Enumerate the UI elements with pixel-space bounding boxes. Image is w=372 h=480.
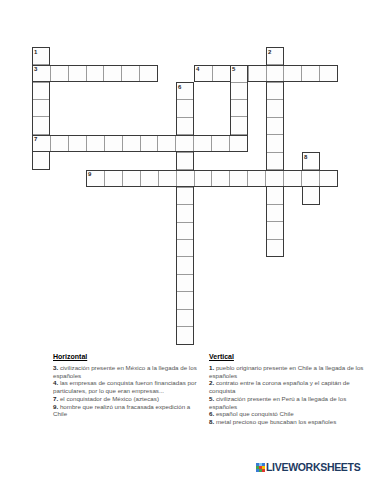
crossword-cell[interactable] (230, 136, 247, 152)
crossword-cell[interactable] (267, 187, 283, 204)
crossword-cell[interactable] (267, 240, 283, 256)
crossword-cell[interactable] (320, 171, 337, 187)
crossword-cell[interactable] (33, 152, 49, 168)
crossword-cell[interactable] (177, 223, 193, 240)
word-9-across (86, 170, 338, 188)
crossword-cell[interactable] (87, 136, 105, 152)
crossword-cell[interactable] (158, 136, 176, 152)
crossword-cell[interactable] (177, 83, 193, 100)
clue-number: 1. (209, 364, 216, 371)
clue-text: metal precioso que buscaban los españole… (216, 418, 336, 425)
crossword-cell[interactable] (177, 205, 193, 222)
crossword-cell[interactable] (123, 171, 141, 187)
crossword-cell[interactable] (230, 171, 248, 187)
crossword-cell[interactable] (267, 100, 283, 117)
crossword-cell[interactable] (141, 171, 159, 187)
crossword-cell[interactable] (87, 66, 105, 82)
clue-item-1: 1. pueblo originario presente en Chile a… (209, 364, 367, 379)
crossword-cell[interactable] (33, 48, 49, 65)
crossword-cell[interactable] (177, 310, 193, 327)
crossword-cell[interactable] (267, 118, 283, 135)
clue-number: 4. (53, 379, 60, 386)
crossword-board: 123456789 (0, 0, 372, 350)
clue-item-4: 4. las empresas de conquista fueron fina… (53, 379, 205, 394)
logo-pixel (262, 469, 265, 472)
crossword-cell[interactable] (177, 257, 193, 274)
crossword-cell[interactable] (302, 171, 320, 187)
crossword-cell[interactable] (33, 117, 49, 134)
clue-number: 6. (209, 410, 216, 417)
clue-text: español que conquistó Chile (216, 410, 294, 417)
liveworksheets-logo[interactable]: LIVEWORKSHEETS (256, 462, 360, 473)
clue-item-6: 6. español que conquistó Chile (209, 410, 367, 418)
crossword-cell[interactable] (231, 117, 247, 134)
clue-item-9: 9. hombre que realizó una fracasada expe… (53, 403, 205, 418)
vertical-clues-list: 1. pueblo originario presente en Chile a… (209, 364, 367, 426)
horizontal-clues-section: Horizontal 3. civilización presente en M… (53, 352, 205, 418)
word-4-across (194, 65, 338, 83)
crossword-cell[interactable] (303, 187, 319, 203)
clue-item-5: 5. civilización presente en Perú a la ll… (209, 395, 367, 410)
crossword-cell[interactable] (177, 240, 193, 257)
crossword-cell[interactable] (140, 66, 157, 82)
crossword-cell[interactable] (267, 222, 283, 239)
crossword-cell[interactable] (195, 171, 213, 187)
crossword-cell[interactable] (212, 171, 230, 187)
crossword-cell[interactable] (177, 188, 193, 205)
vertical-clues-section: Vertical 1. pueblo originario presente e… (209, 352, 367, 426)
clue-number: 2. (209, 379, 216, 386)
crossword-cell[interactable] (104, 66, 122, 82)
crossword-cell[interactable] (248, 171, 266, 187)
crossword-cell[interactable] (33, 136, 51, 152)
crossword-cell[interactable] (177, 118, 193, 135)
clue-item-3: 3. civilización presente en México a la … (53, 364, 205, 379)
clue-text: civilización presente en Perú a la llega… (209, 395, 346, 410)
crossword-cell[interactable] (159, 171, 177, 187)
crossword-cell[interactable] (194, 136, 212, 152)
crossword-cell[interactable] (122, 66, 140, 82)
crossword-cell[interactable] (33, 66, 51, 82)
clue-text: contrato entre la corona española y el c… (209, 379, 350, 394)
crossword-cell[interactable] (33, 100, 49, 117)
crossword-cell[interactable] (51, 66, 69, 82)
crossword-cell[interactable] (249, 66, 267, 82)
crossword-cell[interactable] (303, 153, 319, 170)
crossword-cell[interactable] (267, 205, 283, 222)
crossword-cell[interactable] (212, 136, 230, 152)
clue-number: 9. (53, 403, 60, 410)
clue-number: 8. (209, 418, 216, 425)
crossword-cell[interactable] (177, 153, 193, 170)
word-7-across (32, 135, 248, 153)
crossword-cell[interactable] (231, 66, 247, 83)
clue-item-8: 8. metal precioso que buscaban los españ… (209, 418, 367, 426)
crossword-cell[interactable] (267, 153, 283, 170)
clue-text: pueblo originario presente en Chile a la… (209, 364, 363, 379)
crossword-cell[interactable] (87, 171, 105, 187)
clue-number: 5. (209, 395, 216, 402)
crossword-cell[interactable] (267, 83, 283, 100)
crossword-cell[interactable] (320, 66, 337, 82)
crossword-cell[interactable] (284, 171, 302, 187)
crossword-cell[interactable] (267, 48, 283, 65)
crossword-cell[interactable] (177, 292, 193, 309)
clue-number: 3. (53, 364, 60, 371)
crossword-cell[interactable] (69, 136, 87, 152)
liveworksheets-logo-text: LIVEWORKSHEETS (266, 462, 360, 473)
crossword-cell[interactable] (69, 66, 87, 82)
liveworksheets-pixel-icon (256, 463, 265, 472)
crossword-cell[interactable] (302, 66, 320, 82)
crossword-cell[interactable] (105, 171, 123, 187)
crossword-cell[interactable] (177, 275, 193, 292)
crossword-cell[interactable] (177, 100, 193, 117)
clue-text: civilización presente en México a la lle… (53, 364, 197, 379)
clue-number: 7. (53, 395, 60, 402)
clue-text: hombre que realizó una fracasada expedic… (53, 403, 190, 418)
crossword-cell[interactable] (195, 66, 213, 82)
crossword-cell[interactable] (231, 83, 247, 100)
clue-item-7: 7. el conquistador de México (aztecas) (53, 395, 205, 403)
crossword-cell[interactable] (105, 136, 123, 152)
crossword-cell[interactable] (177, 171, 195, 187)
crossword-cell[interactable] (33, 83, 49, 100)
crossword-cell[interactable] (177, 327, 193, 343)
horizontal-clues-header: Horizontal (53, 352, 205, 361)
word-3-across (32, 65, 158, 83)
crossword-cell[interactable] (284, 66, 302, 82)
clue-text: el conquistador de México (aztecas) (60, 395, 159, 402)
crossword-cell[interactable] (213, 66, 231, 82)
crossword-cell[interactable] (231, 100, 247, 117)
word-6-down (176, 82, 194, 345)
crossword-cell[interactable] (51, 136, 69, 152)
crossword-cell[interactable] (141, 136, 159, 152)
clue-text: las empresas de conquista fueron financi… (53, 379, 196, 394)
crossword-cell[interactable] (267, 66, 285, 82)
horizontal-clues-list: 3. civilización presente en México a la … (53, 364, 205, 418)
crossword-cell[interactable] (266, 171, 284, 187)
crossword-cell[interactable] (176, 136, 194, 152)
clue-item-2: 2. contrato entre la corona española y e… (209, 379, 367, 394)
vertical-clues-header: Vertical (209, 352, 367, 361)
crossword-cell[interactable] (267, 135, 283, 152)
crossword-cell[interactable] (123, 136, 141, 152)
